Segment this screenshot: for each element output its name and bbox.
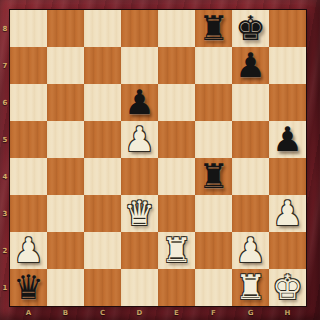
square-e4[interactable] [158, 158, 195, 195]
square-g6[interactable] [232, 84, 269, 121]
square-e6[interactable] [158, 84, 195, 121]
black-queen-a1-piece[interactable]: ♛ [13, 270, 43, 304]
square-f8[interactable]: ♜ [195, 10, 232, 47]
square-h8[interactable] [269, 10, 306, 47]
file-label-d: D [121, 306, 158, 320]
square-f7[interactable] [195, 47, 232, 84]
black-rook-f8-piece[interactable]: ♜ [198, 11, 228, 45]
square-h6[interactable] [269, 84, 306, 121]
square-g5[interactable] [232, 121, 269, 158]
square-f3[interactable] [195, 195, 232, 232]
square-g1[interactable]: ♜ [232, 269, 269, 306]
square-e5[interactable] [158, 121, 195, 158]
black-pawn-g7-piece[interactable]: ♟ [235, 48, 265, 82]
square-a2[interactable]: ♟ [10, 232, 47, 269]
square-c4[interactable] [84, 158, 121, 195]
square-a8[interactable] [10, 10, 47, 47]
square-c2[interactable] [84, 232, 121, 269]
square-g4[interactable] [232, 158, 269, 195]
rank-label-4: 4 [0, 158, 10, 195]
rank-label-8: 8 [0, 10, 10, 47]
square-d5[interactable]: ♟ [121, 121, 158, 158]
square-d6[interactable]: ♟ [121, 84, 158, 121]
square-c8[interactable] [84, 10, 121, 47]
file-label-f: F [195, 306, 232, 320]
square-d3[interactable]: ♛ [121, 195, 158, 232]
square-d4[interactable] [121, 158, 158, 195]
square-h1[interactable]: ♚ [269, 269, 306, 306]
black-pawn-d6-piece[interactable]: ♟ [124, 85, 154, 119]
square-a1[interactable]: ♛ [10, 269, 47, 306]
square-h4[interactable] [269, 158, 306, 195]
square-g3[interactable] [232, 195, 269, 232]
square-b3[interactable] [47, 195, 84, 232]
square-a4[interactable] [10, 158, 47, 195]
square-a6[interactable] [10, 84, 47, 121]
square-g8[interactable]: ♚ [232, 10, 269, 47]
black-rook-f4-piece[interactable]: ♜ [198, 159, 228, 193]
file-labels: ABCDEFGH [10, 306, 306, 320]
file-label-e: E [158, 306, 195, 320]
square-h5[interactable]: ♟ [269, 121, 306, 158]
file-label-h: H [269, 306, 306, 320]
rank-label-5: 5 [0, 121, 10, 158]
square-d2[interactable] [121, 232, 158, 269]
square-b8[interactable] [47, 10, 84, 47]
square-c3[interactable] [84, 195, 121, 232]
white-pawn-g2-piece[interactable]: ♟ [235, 233, 265, 267]
square-b2[interactable] [47, 232, 84, 269]
square-d8[interactable] [121, 10, 158, 47]
square-b7[interactable] [47, 47, 84, 84]
square-f1[interactable] [195, 269, 232, 306]
square-f6[interactable] [195, 84, 232, 121]
white-pawn-a2-piece[interactable]: ♟ [13, 233, 43, 267]
file-label-g: G [232, 306, 269, 320]
square-e8[interactable] [158, 10, 195, 47]
square-f5[interactable] [195, 121, 232, 158]
square-f2[interactable] [195, 232, 232, 269]
black-pawn-h5-piece[interactable]: ♟ [272, 122, 302, 156]
rank-label-6: 6 [0, 84, 10, 121]
rank-label-1: 1 [0, 269, 10, 306]
square-b5[interactable] [47, 121, 84, 158]
chess-board: ♜♚♟♟♟♟♜♛♟♟♜♟♛♜♚ [10, 10, 306, 306]
square-h3[interactable]: ♟ [269, 195, 306, 232]
square-c6[interactable] [84, 84, 121, 121]
chess-board-frame: 87654321 ABCDEFGH ♜♚♟♟♟♟♜♛♟♟♜♟♛♜♚ [0, 0, 320, 320]
square-d1[interactable] [121, 269, 158, 306]
square-g2[interactable]: ♟ [232, 232, 269, 269]
square-c5[interactable] [84, 121, 121, 158]
square-b1[interactable] [47, 269, 84, 306]
white-king-h1-piece[interactable]: ♚ [272, 270, 302, 304]
white-pawn-d5-piece[interactable]: ♟ [124, 122, 154, 156]
rank-label-7: 7 [0, 47, 10, 84]
file-label-a: A [10, 306, 47, 320]
square-e1[interactable] [158, 269, 195, 306]
white-rook-e2-piece[interactable]: ♜ [161, 233, 191, 267]
square-a5[interactable] [10, 121, 47, 158]
square-b6[interactable] [47, 84, 84, 121]
white-pawn-h3-piece[interactable]: ♟ [272, 196, 302, 230]
file-label-c: C [84, 306, 121, 320]
square-e3[interactable] [158, 195, 195, 232]
white-queen-d3-piece[interactable]: ♛ [124, 196, 154, 230]
rank-label-3: 3 [0, 195, 10, 232]
square-c1[interactable] [84, 269, 121, 306]
rank-labels: 87654321 [0, 10, 10, 306]
white-rook-g1-piece[interactable]: ♜ [235, 270, 265, 304]
square-b4[interactable] [47, 158, 84, 195]
file-label-b: B [47, 306, 84, 320]
square-d7[interactable] [121, 47, 158, 84]
square-f4[interactable]: ♜ [195, 158, 232, 195]
rank-label-2: 2 [0, 232, 10, 269]
square-c7[interactable] [84, 47, 121, 84]
square-e2[interactable]: ♜ [158, 232, 195, 269]
square-e7[interactable] [158, 47, 195, 84]
square-a7[interactable] [10, 47, 47, 84]
black-king-g8-piece[interactable]: ♚ [235, 11, 265, 45]
square-g7[interactable]: ♟ [232, 47, 269, 84]
square-h7[interactable] [269, 47, 306, 84]
square-a3[interactable] [10, 195, 47, 232]
square-h2[interactable] [269, 232, 306, 269]
